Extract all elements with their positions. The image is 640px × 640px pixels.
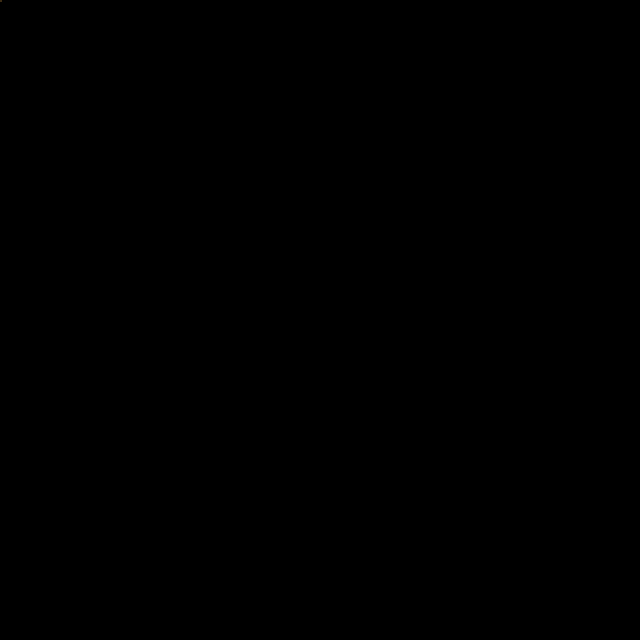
goban-grid — [0, 0, 2, 2]
goban-product-photo — [0, 0, 640, 640]
